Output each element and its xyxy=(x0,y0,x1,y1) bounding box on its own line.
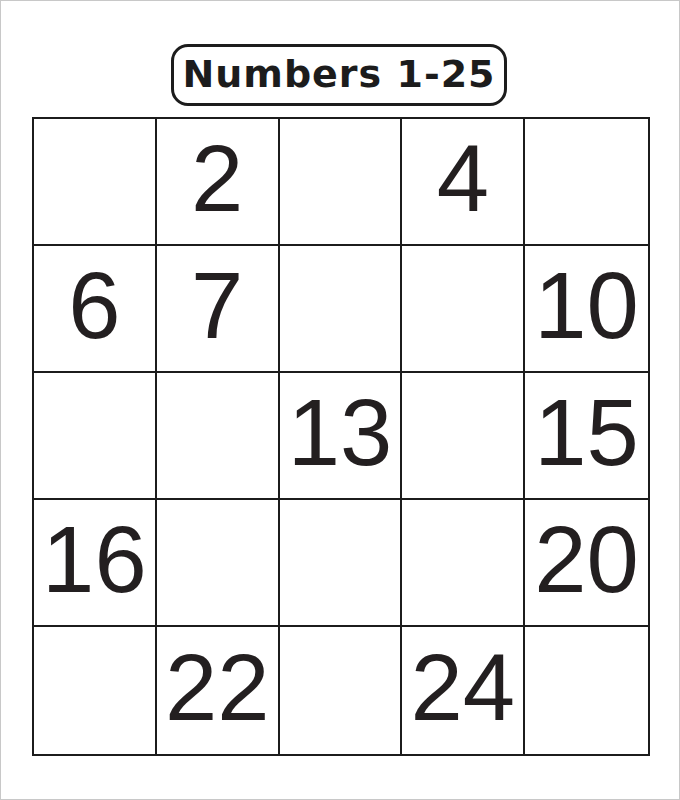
grid-cell-blank[interactable] xyxy=(280,119,403,246)
number-value: 22 xyxy=(165,641,270,735)
grid-cell-blank[interactable] xyxy=(280,627,403,754)
number-grid: 246710131516202224 xyxy=(32,117,650,756)
grid-cell-number: 4 xyxy=(402,119,525,246)
grid-cell-blank[interactable] xyxy=(157,500,280,627)
grid-cell-blank[interactable] xyxy=(280,500,403,627)
number-value: 7 xyxy=(191,259,243,353)
grid-cell-number: 6 xyxy=(34,246,157,373)
grid-cell-blank[interactable] xyxy=(34,627,157,754)
number-value: 6 xyxy=(68,259,120,353)
number-value: 16 xyxy=(42,513,147,607)
grid-cell-blank[interactable] xyxy=(280,246,403,373)
grid-cell-number: 2 xyxy=(157,119,280,246)
number-value: 10 xyxy=(534,259,639,353)
grid-cell-number: 22 xyxy=(157,627,280,754)
grid-cell-number: 7 xyxy=(157,246,280,373)
grid-cell-blank[interactable] xyxy=(402,246,525,373)
grid-cell-number: 10 xyxy=(525,246,648,373)
number-value: 20 xyxy=(534,513,639,607)
number-value: 2 xyxy=(191,132,243,226)
grid-cell-number: 24 xyxy=(402,627,525,754)
grid-cell-blank[interactable] xyxy=(525,119,648,246)
number-value: 4 xyxy=(437,132,489,226)
grid-cell-blank[interactable] xyxy=(157,373,280,500)
grid-cell-blank[interactable] xyxy=(402,500,525,627)
grid-cell-number: 15 xyxy=(525,373,648,500)
grid-cell-number: 16 xyxy=(34,500,157,627)
grid-cell-blank[interactable] xyxy=(34,373,157,500)
number-value: 15 xyxy=(534,386,639,480)
grid-cell-blank[interactable] xyxy=(34,119,157,246)
number-value: 24 xyxy=(411,641,516,735)
page-title: Numbers 1-25 xyxy=(182,52,495,96)
number-value: 13 xyxy=(288,386,393,480)
worksheet-page: { "game": "missing-numbers-worksheet", "… xyxy=(0,0,680,800)
grid-cell-blank[interactable] xyxy=(402,373,525,500)
grid-cell-number: 20 xyxy=(525,500,648,627)
grid-cell-number: 13 xyxy=(280,373,403,500)
grid-cell-blank[interactable] xyxy=(525,627,648,754)
title-box: Numbers 1-25 xyxy=(171,44,507,106)
